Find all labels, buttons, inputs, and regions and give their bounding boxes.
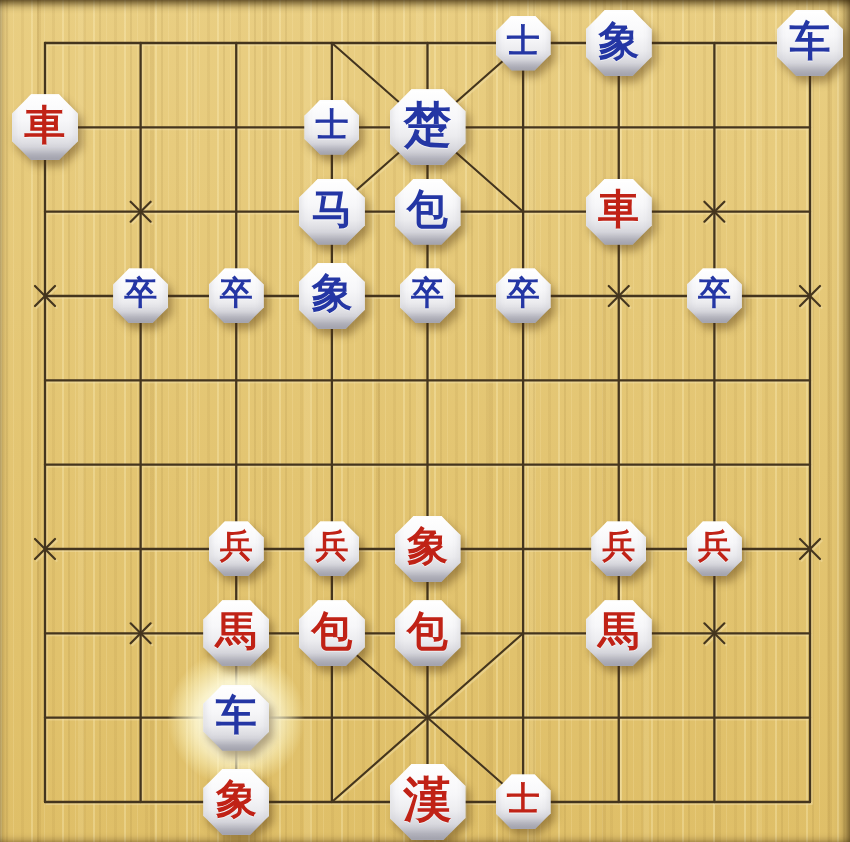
piece-cho-general-body[interactable]: 楚 [390,89,466,165]
piece-han-advisor-glyph: 士 [507,783,540,816]
piece-cho-elephant[interactable]: 象 [299,263,365,329]
piece-han-horse-body[interactable]: 馬 [586,600,652,666]
piece-cho-horse-body[interactable]: 马 [299,179,365,245]
piece-han-soldier-glyph: 兵 [220,530,253,563]
piece-cho-soldier-body[interactable]: 卒 [400,268,455,323]
piece-han-elephant-glyph: 象 [216,779,257,820]
piece-cho-advisor[interactable]: 士 [304,100,359,155]
piece-cho-cannon[interactable]: 包 [395,179,461,245]
piece-cho-soldier-glyph: 卒 [698,277,731,310]
piece-han-horse[interactable]: 馬 [586,600,652,666]
piece-han-elephant[interactable]: 象 [395,516,461,582]
piece-han-soldier-glyph: 兵 [698,530,731,563]
piece-han-cannon-glyph: 包 [407,611,448,652]
janggi-board: 士象车車士楚马包車卒卒象卒卒卒兵兵象兵兵馬包包馬车象漢士 [0,0,850,842]
piece-cho-cannon-body[interactable]: 包 [395,179,461,245]
piece-han-cannon-glyph: 包 [311,611,352,652]
piece-cho-soldier-body[interactable]: 卒 [687,268,742,323]
piece-cho-soldier-glyph: 卒 [507,277,540,310]
piece-han-horse[interactable]: 馬 [203,600,269,666]
piece-cho-advisor-glyph: 士 [315,109,348,142]
piece-han-cannon[interactable]: 包 [395,600,461,666]
piece-han-chariot-glyph: 車 [598,189,639,230]
piece-han-general-glyph: 漢 [404,776,452,824]
piece-cho-elephant-glyph: 象 [598,21,639,62]
piece-cho-horse-glyph: 马 [311,189,352,230]
piece-cho-advisor-body[interactable]: 士 [496,16,551,71]
piece-han-cannon[interactable]: 包 [299,600,365,666]
piece-cho-soldier[interactable]: 卒 [209,268,264,323]
piece-han-soldier-glyph: 兵 [602,530,635,563]
piece-cho-soldier-body[interactable]: 卒 [209,268,264,323]
piece-han-advisor-body[interactable]: 士 [496,774,551,829]
piece-cho-soldier-glyph: 卒 [220,277,253,310]
piece-cho-chariot-glyph: 车 [790,21,831,62]
piece-han-chariot-body[interactable]: 車 [12,94,78,160]
piece-han-soldier-body[interactable]: 兵 [687,521,742,576]
piece-han-soldier-glyph: 兵 [315,530,348,563]
piece-han-elephant-body[interactable]: 象 [395,516,461,582]
piece-han-chariot[interactable]: 車 [586,179,652,245]
piece-han-chariot[interactable]: 車 [12,94,78,160]
piece-cho-soldier-body[interactable]: 卒 [113,268,168,323]
piece-han-elephant-glyph: 象 [407,526,448,567]
piece-cho-elephant[interactable]: 象 [586,10,652,76]
piece-cho-elephant-body[interactable]: 象 [586,10,652,76]
piece-han-horse-glyph: 馬 [216,611,257,652]
piece-cho-advisor-body[interactable]: 士 [304,100,359,155]
piece-cho-advisor[interactable]: 士 [496,16,551,71]
piece-cho-elephant-body[interactable]: 象 [299,263,365,329]
piece-cho-soldier[interactable]: 卒 [113,268,168,323]
piece-cho-soldier-glyph: 卒 [124,277,157,310]
piece-cho-chariot-body[interactable]: 车 [777,10,843,76]
piece-cho-chariot[interactable]: 车 [777,10,843,76]
piece-cho-soldier[interactable]: 卒 [496,268,551,323]
piece-cho-soldier[interactable]: 卒 [687,268,742,323]
piece-cho-horse[interactable]: 马 [299,179,365,245]
piece-cho-soldier-glyph: 卒 [411,277,444,310]
piece-han-general-body[interactable]: 漢 [390,764,466,840]
piece-cho-soldier[interactable]: 卒 [400,268,455,323]
piece-han-elephant-body[interactable]: 象 [203,769,269,835]
piece-cho-cannon-glyph: 包 [407,189,448,230]
piece-han-elephant[interactable]: 象 [203,769,269,835]
piece-cho-soldier-body[interactable]: 卒 [496,268,551,323]
piece-cho-elephant-glyph: 象 [311,273,352,314]
piece-han-horse-glyph: 馬 [598,611,639,652]
piece-han-soldier[interactable]: 兵 [591,521,646,576]
piece-cho-general-glyph: 楚 [404,101,452,149]
piece-han-cannon-body[interactable]: 包 [395,600,461,666]
piece-han-soldier[interactable]: 兵 [304,521,359,576]
piece-han-cannon-body[interactable]: 包 [299,600,365,666]
piece-han-soldier[interactable]: 兵 [209,521,264,576]
piece-cho-chariot-glyph: 车 [216,695,257,736]
piece-cho-chariot-body[interactable]: 车 [203,685,269,751]
piece-han-soldier-body[interactable]: 兵 [209,521,264,576]
piece-cho-general[interactable]: 楚 [390,89,466,165]
piece-han-chariot-body[interactable]: 車 [586,179,652,245]
piece-han-chariot-glyph: 車 [25,105,66,146]
piece-han-soldier[interactable]: 兵 [687,521,742,576]
piece-han-advisor[interactable]: 士 [496,774,551,829]
piece-cho-chariot[interactable]: 车 [203,685,269,751]
piece-han-horse-body[interactable]: 馬 [203,600,269,666]
piece-han-soldier-body[interactable]: 兵 [304,521,359,576]
piece-han-general[interactable]: 漢 [390,764,466,840]
piece-han-soldier-body[interactable]: 兵 [591,521,646,576]
piece-cho-advisor-glyph: 士 [507,25,540,58]
